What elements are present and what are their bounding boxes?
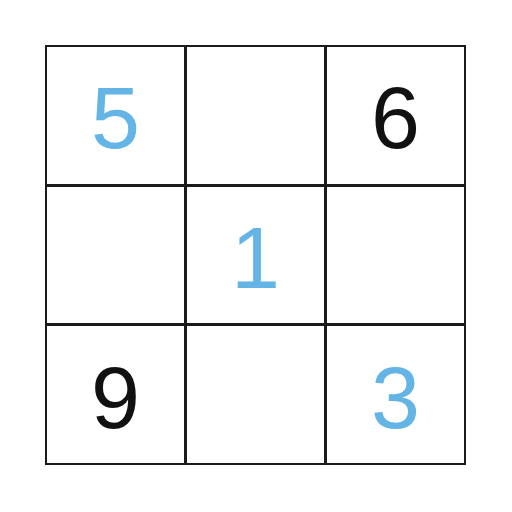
page-background: 5 6 1 9 3 (0, 0, 512, 512)
sudoku-board: 5 6 1 9 3 (45, 45, 466, 465)
sudoku-cell-r1c1[interactable]: 5 (47, 47, 184, 184)
sudoku-cell-r3c2[interactable] (187, 326, 324, 463)
sudoku-cell-r1c3[interactable]: 6 (327, 47, 464, 184)
sudoku-cell-r3c3[interactable]: 3 (327, 326, 464, 463)
sudoku-cell-r2c1[interactable] (47, 187, 184, 324)
sudoku-cell-r2c3[interactable] (327, 187, 464, 324)
sudoku-cell-r1c2[interactable] (187, 47, 324, 184)
sudoku-cell-r2c2[interactable]: 1 (187, 187, 324, 324)
sudoku-cell-r3c1[interactable]: 9 (47, 326, 184, 463)
